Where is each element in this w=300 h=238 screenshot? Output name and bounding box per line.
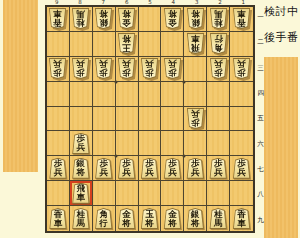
- cell-4-8[interactable]: [161, 181, 184, 206]
- piece-kanji: 歩兵: [187, 109, 204, 128]
- piece-tile: 歩兵: [140, 58, 159, 79]
- cell-4-5[interactable]: [161, 107, 184, 132]
- piece-歩兵-57[interactable]: 歩兵: [140, 158, 159, 179]
- piece-kanji: 角行: [210, 34, 227, 53]
- cell-7-2[interactable]: [93, 32, 116, 57]
- cell-1-8[interactable]: [230, 181, 253, 206]
- cell-3-9[interactable]: 銀将: [184, 206, 207, 231]
- piece-tile: 銀将: [186, 208, 205, 229]
- piece-tile: 桂馬: [209, 208, 228, 229]
- cell-2-8[interactable]: [207, 181, 230, 206]
- cell-5-2[interactable]: [139, 32, 162, 57]
- cell-5-6[interactable]: [139, 131, 162, 156]
- piece-tile: 香車: [232, 208, 251, 229]
- cell-7-9[interactable]: 角行: [93, 206, 116, 231]
- piece-tile: 桂馬: [209, 8, 228, 29]
- piece-tile: 玉将: [140, 208, 159, 229]
- piece-tile: 金将: [163, 8, 182, 29]
- cell-7-3[interactable]: 歩兵: [93, 57, 116, 82]
- piece-玉将-59[interactable]: 玉将: [140, 208, 159, 229]
- piece-tile: 歩兵: [71, 58, 90, 79]
- cell-9-1[interactable]: 香車: [47, 7, 70, 32]
- piece-tile: 金将: [117, 208, 136, 229]
- status-text: 検討中: [264, 4, 299, 19]
- cell-6-9[interactable]: 金将: [116, 206, 139, 231]
- cell-4-3[interactable]: 歩兵: [161, 57, 184, 82]
- piece-tile: 歩兵: [48, 58, 67, 79]
- cell-7-1[interactable]: 銀将: [93, 7, 116, 32]
- piece-歩兵-17[interactable]: 歩兵: [232, 158, 251, 179]
- piece-tile: 歩兵: [94, 58, 113, 79]
- piece-tile: 歩兵: [117, 158, 136, 179]
- rank-label-五: 五: [256, 106, 265, 131]
- cell-6-8[interactable]: [116, 181, 139, 206]
- piece-香車-91[interactable]: 香車: [48, 8, 67, 29]
- cell-8-2[interactable]: [70, 32, 93, 57]
- cell-8-3[interactable]: 歩兵: [70, 57, 93, 82]
- cell-3-2[interactable]: 飛車: [184, 32, 207, 57]
- cell-1-5[interactable]: [230, 107, 253, 132]
- cell-7-8[interactable]: [93, 181, 116, 206]
- cell-3-8[interactable]: [184, 181, 207, 206]
- piece-銀将-39[interactable]: 銀将: [186, 208, 205, 229]
- cell-8-1[interactable]: 桂馬: [70, 7, 93, 32]
- piece-kanji: 香車: [233, 209, 250, 228]
- piece-kanji: 歩兵: [164, 59, 181, 78]
- piece-tile: 桂馬: [71, 208, 90, 229]
- cell-9-5[interactable]: [47, 107, 70, 132]
- piece-kanji: 玉将: [141, 209, 158, 228]
- piece-kanji: 歩兵: [118, 59, 135, 78]
- cell-8-5[interactable]: [70, 107, 93, 132]
- piece-tile: 銀将: [71, 158, 90, 179]
- cell-4-7[interactable]: 歩兵: [161, 156, 184, 181]
- cell-1-2[interactable]: [230, 32, 253, 57]
- piece-tile: 飛車: [71, 183, 90, 204]
- cell-5-4[interactable]: [139, 82, 162, 107]
- piece-tile: 金将: [117, 8, 136, 29]
- piece-香車-99[interactable]: 香車: [48, 208, 67, 229]
- piece-tile: 桂馬: [71, 8, 90, 29]
- piece-歩兵-73[interactable]: 歩兵: [94, 58, 113, 79]
- piece-kanji: 歩兵: [210, 159, 227, 178]
- cell-2-6[interactable]: [207, 131, 230, 156]
- piece-tile: 銀将: [94, 8, 113, 29]
- cell-4-4[interactable]: [161, 82, 184, 107]
- piece-tile: 歩兵: [186, 158, 205, 179]
- cell-6-4[interactable]: [116, 82, 139, 107]
- cell-3-3[interactable]: [184, 57, 207, 82]
- piece-歩兵-67[interactable]: 歩兵: [117, 158, 136, 179]
- shogi-app: { "game": "shogi", "position": { "sfen":…: [0, 0, 300, 238]
- cell-4-9[interactable]: 金将: [161, 206, 184, 231]
- piece-kanji: 王将: [118, 34, 135, 53]
- rank-label-八: 八: [256, 182, 265, 207]
- piece-kanji: 香車: [49, 9, 66, 28]
- piece-歩兵-77[interactable]: 歩兵: [94, 158, 113, 179]
- rank-label-九: 九: [256, 208, 265, 233]
- piece-kanji: 香車: [233, 9, 250, 28]
- piece-香車-19[interactable]: 香車: [232, 208, 251, 229]
- piece-kanji: 飛車: [187, 34, 204, 53]
- piece-歩兵-37[interactable]: 歩兵: [186, 158, 205, 179]
- piece-kanji: 歩兵: [49, 59, 66, 78]
- piece-kanji: 歩兵: [95, 59, 112, 78]
- piece-歩兵-83[interactable]: 歩兵: [71, 58, 90, 79]
- cell-5-7[interactable]: 歩兵: [139, 156, 162, 181]
- cell-1-6[interactable]: [230, 131, 253, 156]
- piece-歩兵-27[interactable]: 歩兵: [209, 158, 228, 179]
- piece-tile: 歩兵: [117, 58, 136, 79]
- cell-5-3[interactable]: 歩兵: [139, 57, 162, 82]
- cell-2-1[interactable]: 桂馬: [207, 7, 230, 32]
- cell-5-9[interactable]: 玉将: [139, 206, 162, 231]
- piece-tile: 歩兵: [163, 58, 182, 79]
- cell-6-2[interactable]: 王将: [116, 32, 139, 57]
- cell-6-7[interactable]: 歩兵: [116, 156, 139, 181]
- piece-歩兵-47[interactable]: 歩兵: [163, 158, 182, 179]
- piece-歩兵-97[interactable]: 歩兵: [48, 158, 67, 179]
- cell-7-4[interactable]: [93, 82, 116, 107]
- piece-tile: 歩兵: [94, 158, 113, 179]
- piece-金将-61[interactable]: 金将: [117, 8, 136, 29]
- piece-kanji: 歩兵: [141, 59, 158, 78]
- piece-kanji: 歩兵: [233, 159, 250, 178]
- piece-銀将-31[interactable]: 銀将: [186, 8, 205, 29]
- piece-銀将-71[interactable]: 銀将: [94, 8, 113, 29]
- piece-kanji: 銀将: [95, 9, 112, 28]
- cell-9-7[interactable]: 歩兵: [47, 156, 70, 181]
- cell-4-6[interactable]: [161, 131, 184, 156]
- cell-8-8[interactable]: 飛車: [70, 181, 93, 206]
- piece-桂馬-89[interactable]: 桂馬: [71, 208, 90, 229]
- piece-kanji: 銀将: [187, 209, 204, 228]
- piece-歩兵-86[interactable]: 歩兵: [71, 133, 90, 154]
- cell-2-7[interactable]: 歩兵: [207, 156, 230, 181]
- piece-kanji: 歩兵: [72, 59, 89, 78]
- piece-tile: 歩兵: [232, 158, 251, 179]
- piece-kanji: 歩兵: [187, 159, 204, 178]
- piece-kanji: 桂馬: [210, 209, 227, 228]
- piece-kanji: 歩兵: [210, 59, 227, 78]
- piece-tile: 金将: [163, 208, 182, 229]
- cell-3-4[interactable]: [184, 82, 207, 107]
- piece-tile: 歩兵: [186, 108, 205, 129]
- cell-8-9[interactable]: 桂馬: [70, 206, 93, 231]
- piece-歩兵-53[interactable]: 歩兵: [140, 58, 159, 79]
- rank-label-七: 七: [256, 157, 265, 182]
- piece-tile: 歩兵: [232, 58, 251, 79]
- cell-1-9[interactable]: 香車: [230, 206, 253, 231]
- piece-金将-41[interactable]: 金将: [163, 8, 182, 29]
- piece-kanji: 飛車: [72, 184, 89, 203]
- cell-9-4[interactable]: [47, 82, 70, 107]
- cell-1-4[interactable]: [230, 82, 253, 107]
- piece-kanji: 金将: [118, 9, 135, 28]
- shogi-board: 香車桂馬銀将金将金将銀将桂馬香車王将飛車角行歩兵歩兵歩兵歩兵歩兵歩兵歩兵歩兵歩兵…: [45, 5, 255, 233]
- rank-label-三: 三: [256, 56, 265, 81]
- piece-角行-79[interactable]: 角行: [94, 208, 113, 229]
- piece-歩兵-13[interactable]: 歩兵: [232, 58, 251, 79]
- cell-7-6[interactable]: [93, 131, 116, 156]
- piece-tile: 香車: [232, 8, 251, 29]
- cell-6-3[interactable]: 歩兵: [116, 57, 139, 82]
- piece-kanji: 歩兵: [49, 159, 66, 178]
- piece-tile: 歩兵: [71, 133, 90, 154]
- cell-6-1[interactable]: 金将: [116, 7, 139, 32]
- cell-9-9[interactable]: 香車: [47, 206, 70, 231]
- cell-2-3[interactable]: 歩兵: [207, 57, 230, 82]
- cell-1-1[interactable]: 香車: [230, 7, 253, 32]
- piece-tile: 銀将: [186, 8, 205, 29]
- piece-tile: 歩兵: [163, 158, 182, 179]
- piece-kanji: 歩兵: [233, 59, 250, 78]
- piece-kanji: 桂馬: [72, 9, 89, 28]
- piece-金将-69[interactable]: 金将: [117, 208, 136, 229]
- piece-kanji: 歩兵: [72, 134, 89, 153]
- cell-7-5[interactable]: [93, 107, 116, 132]
- piece-tile: 香車: [48, 208, 67, 229]
- piece-歩兵-43[interactable]: 歩兵: [163, 58, 182, 79]
- gote-piece-stand: [3, 0, 38, 172]
- cell-8-4[interactable]: [70, 82, 93, 107]
- piece-桂馬-21[interactable]: 桂馬: [209, 8, 228, 29]
- piece-kanji: 銀将: [187, 9, 204, 28]
- cell-2-2[interactable]: 角行: [207, 32, 230, 57]
- piece-tile: 歩兵: [209, 158, 228, 179]
- piece-kanji: 銀将: [72, 159, 89, 178]
- cell-5-5[interactable]: [139, 107, 162, 132]
- piece-kanji: 金将: [164, 209, 181, 228]
- cell-6-6[interactable]: [116, 131, 139, 156]
- piece-歩兵-93[interactable]: 歩兵: [48, 58, 67, 79]
- rank-label-四: 四: [256, 81, 265, 106]
- piece-kanji: 歩兵: [164, 159, 181, 178]
- piece-kanji: 金将: [118, 209, 135, 228]
- piece-tile: 王将: [117, 33, 136, 54]
- piece-飛車-32[interactable]: 飛車: [186, 33, 205, 54]
- cell-5-8[interactable]: [139, 181, 162, 206]
- cell-6-5[interactable]: [116, 107, 139, 132]
- cell-1-3[interactable]: 歩兵: [230, 57, 253, 82]
- cell-8-7[interactable]: 銀将: [70, 156, 93, 181]
- piece-歩兵-35[interactable]: 歩兵: [186, 108, 205, 129]
- piece-tile: 歩兵: [48, 158, 67, 179]
- piece-kanji: 香車: [49, 209, 66, 228]
- cell-5-1[interactable]: [139, 7, 162, 32]
- cell-2-9[interactable]: 桂馬: [207, 206, 230, 231]
- cell-3-5[interactable]: 歩兵: [184, 107, 207, 132]
- piece-kanji: 歩兵: [118, 159, 135, 178]
- cell-3-6[interactable]: [184, 131, 207, 156]
- cell-3-7[interactable]: 歩兵: [184, 156, 207, 181]
- piece-tile: 飛車: [186, 33, 205, 54]
- piece-飛車-88[interactable]: 飛車: [71, 183, 90, 204]
- piece-桂馬-29[interactable]: 桂馬: [209, 208, 228, 229]
- piece-kanji: 角行: [95, 209, 112, 228]
- cell-3-1[interactable]: 銀将: [184, 7, 207, 32]
- piece-kanji: 桂馬: [210, 9, 227, 28]
- piece-銀将-87[interactable]: 銀将: [71, 158, 90, 179]
- piece-kanji: 歩兵: [95, 159, 112, 178]
- cell-7-7[interactable]: 歩兵: [93, 156, 116, 181]
- cell-1-7[interactable]: 歩兵: [230, 156, 253, 181]
- sente-piece-stand: [264, 57, 298, 238]
- piece-kanji: 金将: [164, 9, 181, 28]
- cell-9-6[interactable]: [47, 131, 70, 156]
- piece-香車-11[interactable]: 香車: [232, 8, 251, 29]
- piece-金将-49[interactable]: 金将: [163, 208, 182, 229]
- piece-桂馬-81[interactable]: 桂馬: [71, 8, 90, 29]
- cell-4-1[interactable]: 金将: [161, 7, 184, 32]
- turn-indicator: 後手番: [264, 30, 299, 45]
- piece-tile: 角行: [209, 33, 228, 54]
- piece-kanji: 桂馬: [72, 209, 89, 228]
- cell-4-2[interactable]: [161, 32, 184, 57]
- cell-9-8[interactable]: [47, 181, 70, 206]
- piece-王将-62[interactable]: 王将: [117, 33, 136, 54]
- piece-tile: 歩兵: [209, 58, 228, 79]
- piece-角行-22[interactable]: 角行: [209, 33, 228, 54]
- cell-2-5[interactable]: [207, 107, 230, 132]
- cell-8-6[interactable]: 歩兵: [70, 131, 93, 156]
- piece-kanji: 歩兵: [141, 159, 158, 178]
- cell-2-4[interactable]: [207, 82, 230, 107]
- piece-歩兵-23[interactable]: 歩兵: [209, 58, 228, 79]
- cell-9-3[interactable]: 歩兵: [47, 57, 70, 82]
- piece-tile: 角行: [94, 208, 113, 229]
- piece-tile: 歩兵: [140, 158, 159, 179]
- piece-tile: 香車: [48, 8, 67, 29]
- cell-9-2[interactable]: [47, 32, 70, 57]
- piece-歩兵-63[interactable]: 歩兵: [117, 58, 136, 79]
- rank-label-六: 六: [256, 132, 265, 157]
